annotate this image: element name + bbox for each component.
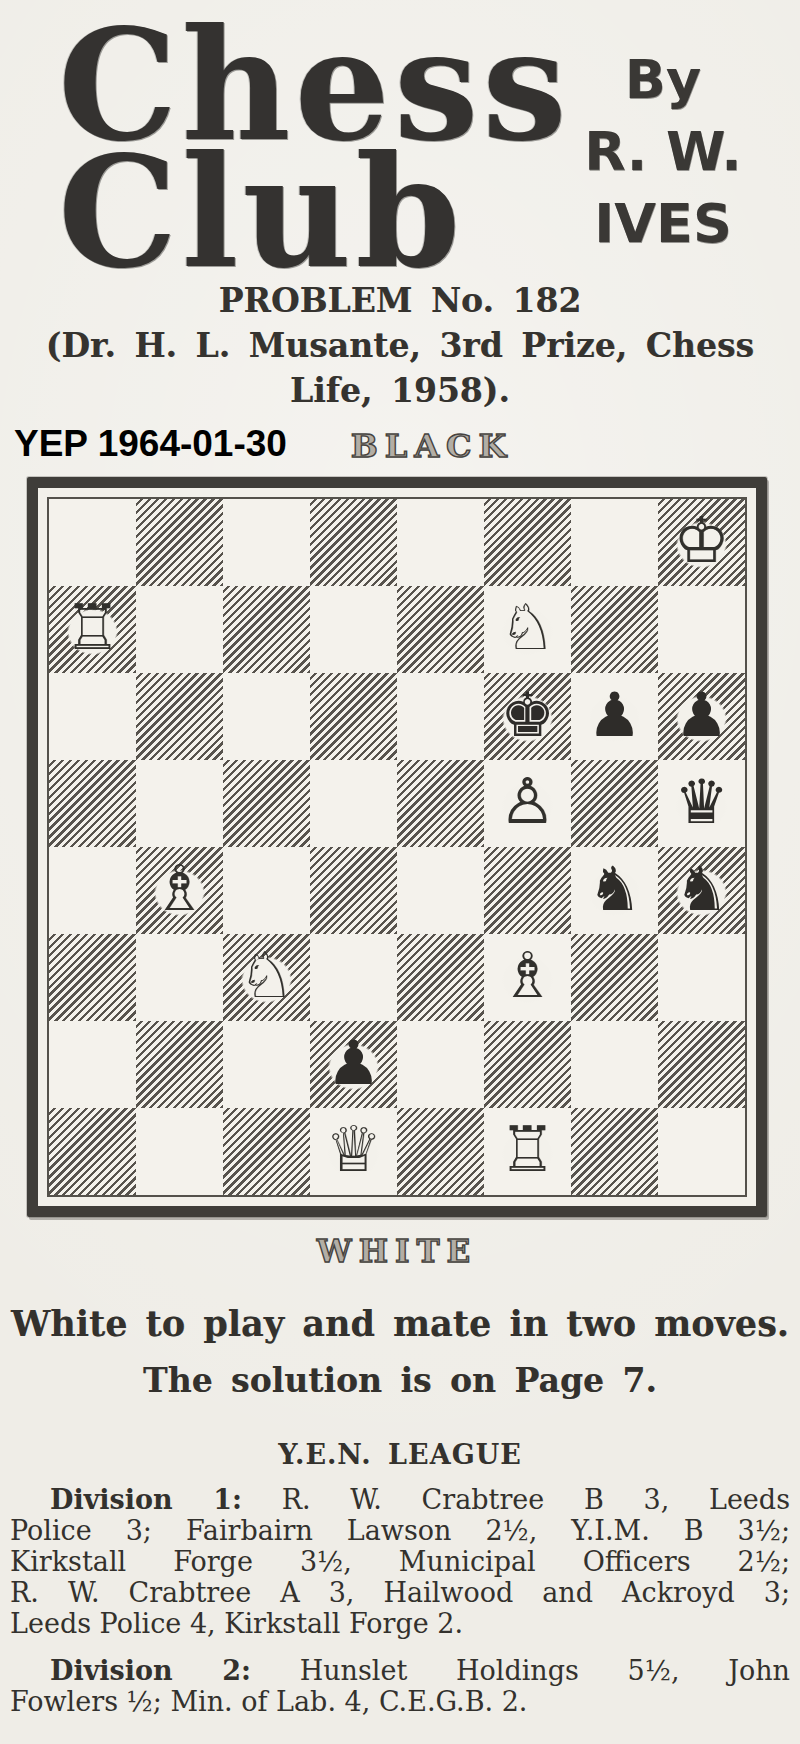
square-c7 bbox=[223, 586, 310, 673]
division-2-line2: Fowlers ½; Min. of Lab. 4, C.E.G.B. 2. bbox=[10, 1686, 790, 1717]
byline-by: By bbox=[568, 44, 758, 116]
square-b7 bbox=[136, 586, 223, 673]
problem-attribution-line2: Life, 1958). bbox=[0, 368, 800, 413]
square-h6: ♟ bbox=[658, 673, 745, 760]
square-h3 bbox=[658, 934, 745, 1021]
square-a7: ♖ bbox=[49, 586, 136, 673]
square-b6 bbox=[136, 673, 223, 760]
square-d8 bbox=[310, 499, 397, 586]
square-b5 bbox=[136, 760, 223, 847]
white-king-piece: ♔ bbox=[658, 497, 745, 584]
square-c3: ♘ bbox=[223, 934, 310, 1021]
square-g8 bbox=[571, 499, 658, 586]
white-bishop-piece: ♗ bbox=[484, 932, 571, 1019]
square-f6: ♚ bbox=[484, 673, 571, 760]
solution-pointer-text: The solution is on Page 7. bbox=[0, 1361, 800, 1401]
white-knight-piece: ♘ bbox=[484, 584, 571, 671]
square-g4: ♞ bbox=[571, 847, 658, 934]
square-b4: ♗ bbox=[136, 847, 223, 934]
square-h1 bbox=[658, 1108, 745, 1195]
square-b3 bbox=[136, 934, 223, 1021]
square-a8 bbox=[49, 499, 136, 586]
square-c8 bbox=[223, 499, 310, 586]
white-rook-piece: ♖ bbox=[49, 584, 136, 671]
square-e1 bbox=[397, 1108, 484, 1195]
square-g7 bbox=[571, 586, 658, 673]
division-2-line1: Division 2: Hunslet Holdings 5½, John bbox=[10, 1655, 790, 1686]
square-a6 bbox=[49, 673, 136, 760]
problem-attribution-line1: (Dr. H. L. Musante, 3rd Prize, Chess bbox=[0, 323, 800, 368]
white-knight-piece: ♘ bbox=[223, 932, 310, 1019]
square-h4: ♞ bbox=[658, 847, 745, 934]
byline-surname: IVES bbox=[568, 188, 758, 260]
black-queen-piece: ♛ bbox=[658, 758, 745, 845]
white-pawn-piece: ♙ bbox=[484, 758, 571, 845]
white-side-label: WHITE bbox=[317, 1233, 477, 1269]
black-knight-piece: ♞ bbox=[658, 845, 745, 932]
masthead: Chess Club By R. W. IVES bbox=[0, 0, 800, 268]
square-a1 bbox=[49, 1108, 136, 1195]
square-e5 bbox=[397, 760, 484, 847]
square-h7 bbox=[658, 586, 745, 673]
square-a5 bbox=[49, 760, 136, 847]
square-g3 bbox=[571, 934, 658, 1021]
square-e3 bbox=[397, 934, 484, 1021]
archive-date-stamp: YEP 1964-01-30 bbox=[14, 423, 287, 465]
square-g5 bbox=[571, 760, 658, 847]
square-g6: ♟ bbox=[571, 673, 658, 760]
board-inner-border: ♔♖♘♚♟♟♙♛♗♞♞♘♗♟♕♖ bbox=[47, 497, 747, 1197]
square-a3 bbox=[49, 934, 136, 1021]
square-d5 bbox=[310, 760, 397, 847]
white-bishop-piece: ♗ bbox=[136, 845, 223, 932]
square-a2 bbox=[49, 1021, 136, 1108]
white-rook-piece: ♖ bbox=[484, 1106, 571, 1193]
square-f2 bbox=[484, 1021, 571, 1108]
square-b2 bbox=[136, 1021, 223, 1108]
square-c5 bbox=[223, 760, 310, 847]
square-f5: ♙ bbox=[484, 760, 571, 847]
square-d7 bbox=[310, 586, 397, 673]
league-heading: Y.E.N. LEAGUE bbox=[0, 1439, 800, 1470]
square-e6 bbox=[397, 673, 484, 760]
newspaper-page: { "game": "chess", "position": { "fen": … bbox=[0, 0, 800, 1744]
square-g1 bbox=[571, 1108, 658, 1195]
division-1-line2: Police 3; Fairbairn Lawson 2½, Y.I.M. B … bbox=[10, 1515, 790, 1546]
square-f8 bbox=[484, 499, 571, 586]
square-h2 bbox=[658, 1021, 745, 1108]
board-frame: ♔♖♘♚♟♟♙♛♗♞♞♘♗♟♕♖ bbox=[27, 477, 767, 1217]
division-1-line1: Division 1: R. W. Crabtree B 3, Leeds bbox=[10, 1484, 790, 1515]
square-c6 bbox=[223, 673, 310, 760]
square-b1 bbox=[136, 1108, 223, 1195]
black-pawn-piece: ♟ bbox=[658, 671, 745, 758]
division-2-results: Division 2: Hunslet Holdings 5½, John Fo… bbox=[10, 1655, 790, 1717]
square-a4 bbox=[49, 847, 136, 934]
white-label-row: WHITE bbox=[27, 1233, 767, 1269]
square-e7 bbox=[397, 586, 484, 673]
square-c1 bbox=[223, 1108, 310, 1195]
square-c4 bbox=[223, 847, 310, 934]
square-e2 bbox=[397, 1021, 484, 1108]
square-h8: ♔ bbox=[658, 499, 745, 586]
square-d2: ♟ bbox=[310, 1021, 397, 1108]
black-pawn-piece: ♟ bbox=[571, 671, 658, 758]
square-d6 bbox=[310, 673, 397, 760]
stamp-row: YEP 1964-01-30 BLACK bbox=[27, 421, 767, 471]
square-d4 bbox=[310, 847, 397, 934]
square-f3: ♗ bbox=[484, 934, 571, 1021]
square-g2 bbox=[571, 1021, 658, 1108]
black-knight-piece: ♞ bbox=[571, 845, 658, 932]
black-side-label: BLACK bbox=[351, 421, 514, 471]
division-2-label: Division 2: bbox=[50, 1655, 251, 1686]
division-1-results: Division 1: R. W. Crabtree B 3, Leeds Po… bbox=[10, 1484, 790, 1639]
white-queen-piece: ♕ bbox=[310, 1106, 397, 1193]
square-f1: ♖ bbox=[484, 1108, 571, 1195]
square-e4 bbox=[397, 847, 484, 934]
caption-block: White to play and mate in two moves. The… bbox=[0, 1303, 800, 1401]
stipulation-text: White to play and mate in two moves. bbox=[0, 1303, 800, 1345]
square-h5: ♛ bbox=[658, 760, 745, 847]
square-f4 bbox=[484, 847, 571, 934]
division-1-label: Division 1: bbox=[50, 1484, 242, 1515]
division-1-line4: R. W. Crabtree A 3, Hailwood and Ackroyd… bbox=[10, 1577, 790, 1608]
square-c2 bbox=[223, 1021, 310, 1108]
square-e8 bbox=[397, 499, 484, 586]
division-1-line5: Leeds Police 4, Kirkstall Forge 2. bbox=[10, 1608, 790, 1639]
byline: By R. W. IVES bbox=[568, 44, 758, 260]
black-pawn-piece: ♟ bbox=[310, 1019, 397, 1106]
square-b8 bbox=[136, 499, 223, 586]
byline-initials: R. W. bbox=[568, 116, 758, 188]
square-f7: ♘ bbox=[484, 586, 571, 673]
division-1-line3: Kirkstall Forge 3½, Municipal Officers 2… bbox=[10, 1546, 790, 1577]
square-d3 bbox=[310, 934, 397, 1021]
black-king-piece: ♚ bbox=[484, 671, 571, 758]
chess-board: ♔♖♘♚♟♟♙♛♗♞♞♘♗♟♕♖ bbox=[49, 499, 745, 1195]
square-d1: ♕ bbox=[310, 1108, 397, 1195]
